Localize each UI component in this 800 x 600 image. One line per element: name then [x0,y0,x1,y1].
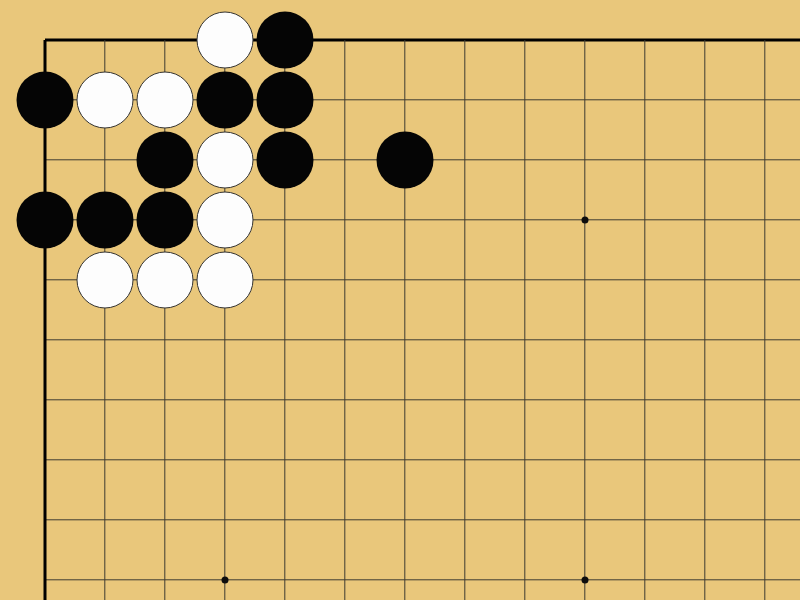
intersection-2-1[interactable] [75,10,135,70]
intersection-8-10[interactable] [435,550,495,600]
intersection-14-7[interactable] [795,370,800,430]
intersection-14-5[interactable] [795,250,800,310]
intersection-3-7[interactable] [135,370,195,430]
intersection-4-7[interactable] [195,370,255,430]
intersection-9-8[interactable] [495,430,555,490]
intersection-14-2[interactable] [795,70,800,130]
intersection-6-2[interactable] [315,70,375,130]
intersection-4-9[interactable] [195,490,255,550]
white-stone: ○ [137,252,194,309]
intersection-11-6[interactable] [615,310,675,370]
intersection-12-6[interactable] [675,310,735,370]
intersection-9-3[interactable] [495,130,555,190]
intersection-5-5[interactable] [255,250,315,310]
intersection-12-8[interactable] [675,430,735,490]
intersection-9-5[interactable] [495,250,555,310]
intersection-7-7[interactable] [375,370,435,430]
intersection-8-3[interactable] [435,130,495,190]
intersection-4-2[interactable]: ● [195,70,255,130]
intersection-1-10[interactable] [15,550,75,600]
intersection-10-9[interactable] [555,490,615,550]
intersection-14-4[interactable] [795,190,800,250]
intersection-14-10[interactable] [795,550,800,600]
intersection-6-9[interactable] [315,490,375,550]
intersection-1-9[interactable] [15,490,75,550]
intersection-2-9[interactable] [75,490,135,550]
star-point [582,217,589,224]
intersection-13-7[interactable] [735,370,795,430]
intersection-6-1[interactable] [315,10,375,70]
intersection-13-5[interactable] [735,250,795,310]
intersection-2-3[interactable] [75,130,135,190]
intersection-8-9[interactable] [435,490,495,550]
intersection-8-7[interactable] [435,370,495,430]
intersection-2-5[interactable]: ○ [75,250,135,310]
intersection-14-9[interactable] [795,490,800,550]
intersection-14-3[interactable] [795,130,800,190]
intersection-9-4[interactable] [495,190,555,250]
white-stone: ○ [197,192,254,249]
intersection-2-6[interactable] [75,310,135,370]
intersection-13-9[interactable] [735,490,795,550]
intersection-8-1[interactable] [435,10,495,70]
intersection-5-1[interactable]: ● [255,10,315,70]
intersection-11-7[interactable] [615,370,675,430]
intersection-3-10[interactable] [135,550,195,600]
intersection-1-4[interactable]: ● [15,190,75,250]
intersection-7-1[interactable] [375,10,435,70]
black-stone: ● [77,192,134,249]
go-board: ○●●○○●●●○●●●●●○○○○ [15,10,800,600]
intersection-6-7[interactable] [315,370,375,430]
intersection-10-4[interactable] [555,190,615,250]
intersection-13-3[interactable] [735,130,795,190]
intersection-3-3[interactable]: ● [135,130,195,190]
intersection-9-7[interactable] [495,370,555,430]
star-point [582,577,589,584]
intersection-5-10[interactable] [255,550,315,600]
intersection-14-8[interactable] [795,430,800,490]
intersection-13-6[interactable] [735,310,795,370]
intersection-8-4[interactable] [435,190,495,250]
intersection-4-3[interactable]: ○ [195,130,255,190]
intersection-12-9[interactable] [675,490,735,550]
intersection-9-1[interactable] [495,10,555,70]
intersection-1-7[interactable] [15,370,75,430]
intersection-4-6[interactable] [195,310,255,370]
intersection-4-8[interactable] [195,430,255,490]
intersection-7-4[interactable] [375,190,435,250]
intersection-3-9[interactable] [135,490,195,550]
intersection-6-10[interactable] [315,550,375,600]
intersection-1-1[interactable] [15,10,75,70]
intersection-6-5[interactable] [315,250,375,310]
white-stone: ○ [197,12,254,69]
intersection-10-8[interactable] [555,430,615,490]
intersection-11-3[interactable] [615,130,675,190]
intersection-7-5[interactable] [375,250,435,310]
intersection-12-4[interactable] [675,190,735,250]
intersection-13-1[interactable] [735,10,795,70]
black-stone: ● [17,72,74,129]
intersection-8-8[interactable] [435,430,495,490]
white-stone: ○ [197,252,254,309]
intersection-14-1[interactable] [795,10,800,70]
intersection-11-5[interactable] [615,250,675,310]
intersection-1-6[interactable] [15,310,75,370]
intersection-10-5[interactable] [555,250,615,310]
go-board-diagram: ○●●○○●●●○●●●●●○○○○ [0,0,800,600]
intersection-10-3[interactable] [555,130,615,190]
intersection-11-9[interactable] [615,490,675,550]
intersection-12-10[interactable] [675,550,735,600]
intersection-12-3[interactable] [675,130,735,190]
intersection-5-7[interactable] [255,370,315,430]
intersection-2-2[interactable]: ○ [75,70,135,130]
intersection-10-6[interactable] [555,310,615,370]
intersection-12-2[interactable] [675,70,735,130]
white-stone: ○ [197,132,254,189]
intersection-9-10[interactable] [495,550,555,600]
intersection-1-8[interactable] [15,430,75,490]
white-stone: ○ [77,72,134,129]
intersection-4-1[interactable]: ○ [195,10,255,70]
intersection-8-5[interactable] [435,250,495,310]
intersection-7-10[interactable] [375,550,435,600]
black-stone: ● [257,12,314,69]
intersection-9-2[interactable] [495,70,555,130]
intersection-13-10[interactable] [735,550,795,600]
intersection-12-5[interactable] [675,250,735,310]
intersection-5-2[interactable]: ● [255,70,315,130]
intersection-5-6[interactable] [255,310,315,370]
black-stone: ● [137,132,194,189]
intersection-13-2[interactable] [735,70,795,130]
black-stone: ● [377,132,434,189]
intersection-1-2[interactable]: ● [15,70,75,130]
intersection-5-3[interactable]: ● [255,130,315,190]
intersection-2-10[interactable] [75,550,135,600]
black-stone: ● [197,72,254,129]
black-stone: ● [257,72,314,129]
intersection-9-6[interactable] [495,310,555,370]
intersection-14-6[interactable] [795,310,800,370]
intersection-2-7[interactable] [75,370,135,430]
intersection-3-5[interactable]: ○ [135,250,195,310]
intersection-8-6[interactable] [435,310,495,370]
intersection-1-5[interactable] [15,250,75,310]
intersection-2-8[interactable] [75,430,135,490]
intersection-10-1[interactable] [555,10,615,70]
intersection-7-9[interactable] [375,490,435,550]
intersection-5-8[interactable] [255,430,315,490]
intersection-3-2[interactable]: ○ [135,70,195,130]
intersection-5-4[interactable] [255,190,315,250]
intersection-3-6[interactable] [135,310,195,370]
white-stone: ○ [77,252,134,309]
intersection-4-10[interactable] [195,550,255,600]
black-stone: ● [17,192,74,249]
intersection-10-2[interactable] [555,70,615,130]
intersection-12-7[interactable] [675,370,735,430]
intersection-11-10[interactable] [615,550,675,600]
intersection-11-2[interactable] [615,70,675,130]
intersection-4-5[interactable]: ○ [195,250,255,310]
intersection-3-1[interactable] [135,10,195,70]
intersection-7-2[interactable] [375,70,435,130]
intersection-10-10[interactable] [555,550,615,600]
intersection-7-3[interactable]: ● [375,130,435,190]
intersection-7-6[interactable] [375,310,435,370]
intersection-12-1[interactable] [675,10,735,70]
intersection-1-3[interactable] [15,130,75,190]
intersection-13-8[interactable] [735,430,795,490]
intersection-5-9[interactable] [255,490,315,550]
black-stone: ● [137,192,194,249]
black-stone: ● [257,132,314,189]
intersection-7-8[interactable] [375,430,435,490]
intersection-8-2[interactable] [435,70,495,130]
intersection-9-9[interactable] [495,490,555,550]
star-point [222,577,229,584]
intersection-11-1[interactable] [615,10,675,70]
intersection-13-4[interactable] [735,190,795,250]
intersection-11-8[interactable] [615,430,675,490]
white-stone: ○ [137,72,194,129]
intersection-6-3[interactable] [315,130,375,190]
intersection-10-7[interactable] [555,370,615,430]
intersection-6-8[interactable] [315,430,375,490]
intersection-4-4[interactable]: ○ [195,190,255,250]
intersection-6-6[interactable] [315,310,375,370]
intersection-11-4[interactable] [615,190,675,250]
intersection-6-4[interactable] [315,190,375,250]
intersection-3-4[interactable]: ● [135,190,195,250]
intersection-3-8[interactable] [135,430,195,490]
intersection-2-4[interactable]: ● [75,190,135,250]
